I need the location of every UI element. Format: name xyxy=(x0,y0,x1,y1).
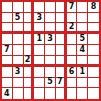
sudoku-cell-r8c8[interactable] xyxy=(77,78,88,89)
sudoku-cell-r2c8[interactable] xyxy=(77,13,88,24)
sudoku-cell-r4c8[interactable]: 5 xyxy=(77,34,88,45)
sudoku-cell-r4c9[interactable] xyxy=(88,34,99,45)
sudoku-cell-r8c7[interactable] xyxy=(67,78,78,89)
sudoku-cell-r7c1[interactable] xyxy=(2,67,13,78)
sudoku-cell-r7c9[interactable] xyxy=(88,67,99,78)
sudoku-cell-r8c3[interactable] xyxy=(24,78,35,89)
sudoku-cell-r6c4[interactable] xyxy=(34,56,45,67)
sudoku-cell-r9c7[interactable] xyxy=(67,88,78,99)
sudoku-cell-r4c5[interactable]: 3 xyxy=(45,34,56,45)
sudoku-cell-r6c5[interactable] xyxy=(45,56,56,67)
sudoku-cell-r1c6[interactable] xyxy=(56,2,67,13)
sudoku-cell-r6c3[interactable]: 2 xyxy=(24,56,35,67)
sudoku-cell-r2c4[interactable]: 3 xyxy=(34,13,45,24)
sudoku-cell-r2c5[interactable] xyxy=(45,13,56,24)
sudoku-cell-r7c8[interactable]: 1 xyxy=(77,67,88,78)
sudoku-cell-r3c5[interactable] xyxy=(45,23,56,34)
sudoku-cell-r3c1[interactable] xyxy=(2,23,13,34)
sudoku-cell-r9c1[interactable]: 4 xyxy=(2,88,13,99)
sudoku-cell-r8c4[interactable] xyxy=(34,78,45,89)
sudoku-cell-r5c7[interactable] xyxy=(67,45,78,56)
sudoku-cell-r8c2[interactable] xyxy=(13,78,24,89)
sudoku-cell-r3c2[interactable] xyxy=(13,23,24,34)
sudoku-cell-r7c6[interactable] xyxy=(56,67,67,78)
sudoku-cell-r7c5[interactable] xyxy=(45,67,56,78)
sudoku-cell-r5c9[interactable] xyxy=(88,45,99,56)
sudoku-cell-r1c3[interactable] xyxy=(24,2,35,13)
sudoku-cell-r4c6[interactable] xyxy=(56,34,67,45)
sudoku-cell-r7c7[interactable]: 6 xyxy=(67,67,78,78)
sudoku-cell-r3c9[interactable] xyxy=(88,23,99,34)
sudoku-cell-r9c9[interactable] xyxy=(88,88,99,99)
sudoku-cell-r3c8[interactable] xyxy=(77,23,88,34)
sudoku-cell-r6c6[interactable] xyxy=(56,56,67,67)
sudoku-cell-r2c9[interactable] xyxy=(88,13,99,24)
sudoku-cell-r6c2[interactable] xyxy=(13,56,24,67)
sudoku-cell-r5c1[interactable]: 7 xyxy=(2,45,13,56)
sudoku-cell-r6c8[interactable] xyxy=(77,56,88,67)
sudoku-cell-r1c5[interactable] xyxy=(45,2,56,13)
sudoku-cell-r5c4[interactable] xyxy=(34,45,45,56)
sudoku-cell-r5c2[interactable] xyxy=(13,45,24,56)
sudoku-cell-r9c8[interactable] xyxy=(77,88,88,99)
sudoku-cell-r6c1[interactable] xyxy=(2,56,13,67)
sudoku-cell-r8c5[interactable]: 5 xyxy=(45,78,56,89)
sudoku-cell-r9c4[interactable] xyxy=(34,88,45,99)
sudoku-cell-r2c3[interactable] xyxy=(24,13,35,24)
sudoku-cell-r6c7[interactable] xyxy=(67,56,78,67)
sudoku-cell-r1c7[interactable]: 7 xyxy=(67,2,78,13)
sudoku-cell-r9c5[interactable] xyxy=(45,88,56,99)
sudoku-cell-r2c6[interactable] xyxy=(56,13,67,24)
sudoku-cell-r7c3[interactable] xyxy=(24,67,35,78)
sudoku-cell-r7c2[interactable]: 3 xyxy=(13,67,24,78)
sudoku-cell-r3c3[interactable] xyxy=(24,23,35,34)
sudoku-cell-r1c8[interactable] xyxy=(77,2,88,13)
sudoku-cell-r3c7[interactable]: 2 xyxy=(67,23,78,34)
sudoku-cell-r4c3[interactable] xyxy=(24,34,35,45)
sudoku-cell-r5c5[interactable] xyxy=(45,45,56,56)
sudoku-cell-r6c9[interactable] xyxy=(88,56,99,67)
sudoku-cell-r7c4[interactable] xyxy=(34,67,45,78)
sudoku-board: 78532135742361574 xyxy=(0,0,101,101)
sudoku-cell-r4c7[interactable] xyxy=(67,34,78,45)
sudoku-cell-r4c2[interactable] xyxy=(13,34,24,45)
sudoku-cell-r2c2[interactable]: 5 xyxy=(13,13,24,24)
sudoku-cell-r1c1[interactable] xyxy=(2,2,13,13)
sudoku-cell-r5c6[interactable] xyxy=(56,45,67,56)
sudoku-cell-r3c6[interactable] xyxy=(56,23,67,34)
sudoku-cell-r1c4[interactable] xyxy=(34,2,45,13)
sudoku-cell-r1c2[interactable] xyxy=(13,2,24,13)
sudoku-cell-r8c6[interactable]: 7 xyxy=(56,78,67,89)
sudoku-cell-r8c1[interactable] xyxy=(2,78,13,89)
sudoku-cell-r2c1[interactable] xyxy=(2,13,13,24)
sudoku-cell-r1c9[interactable]: 8 xyxy=(88,2,99,13)
sudoku-cell-r5c8[interactable]: 4 xyxy=(77,45,88,56)
sudoku-cell-r4c1[interactable] xyxy=(2,34,13,45)
sudoku-cell-r8c9[interactable] xyxy=(88,78,99,89)
sudoku-cell-r9c2[interactable] xyxy=(13,88,24,99)
sudoku-cell-r3c4[interactable] xyxy=(34,23,45,34)
sudoku-cell-r9c6[interactable] xyxy=(56,88,67,99)
sudoku-cell-r9c3[interactable] xyxy=(24,88,35,99)
sudoku-cell-r4c4[interactable]: 1 xyxy=(34,34,45,45)
